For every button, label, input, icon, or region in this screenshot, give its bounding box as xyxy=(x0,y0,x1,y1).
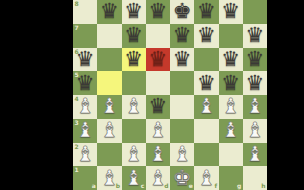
black-queen[interactable]: ♛ xyxy=(148,48,167,69)
square-e2[interactable]: ♝ xyxy=(170,143,194,167)
square-h1[interactable]: h xyxy=(243,166,267,190)
white-bishop[interactable]: ♝ xyxy=(148,143,167,164)
square-d5[interactable] xyxy=(146,71,170,95)
white-bishop[interactable]: ♝ xyxy=(76,143,95,164)
square-g7[interactable] xyxy=(219,24,243,48)
square-b5[interactable] xyxy=(97,71,121,95)
white-bishop[interactable]: ♝ xyxy=(197,167,216,188)
white-bishop[interactable]: ♝ xyxy=(197,96,216,117)
white-bishop[interactable]: ♝ xyxy=(245,96,264,117)
white-bishop[interactable]: ♝ xyxy=(100,167,119,188)
square-b6[interactable] xyxy=(97,48,121,72)
square-b7[interactable] xyxy=(97,24,121,48)
white-bishop[interactable]: ♝ xyxy=(221,96,240,117)
white-bishop[interactable]: ♝ xyxy=(148,167,167,188)
white-king[interactable]: ♚ xyxy=(173,167,192,188)
white-bishop[interactable]: ♝ xyxy=(245,120,264,141)
white-bishop[interactable]: ♝ xyxy=(124,143,143,164)
square-c4[interactable]: ♝ xyxy=(122,95,146,119)
square-f5[interactable]: ♛ xyxy=(194,71,218,95)
square-a6[interactable]: 6♛ xyxy=(73,48,97,72)
square-a7[interactable]: 7 xyxy=(73,24,97,48)
rank-label-1: 1 xyxy=(75,167,79,173)
white-bishop[interactable]: ♝ xyxy=(245,143,264,164)
square-b3[interactable]: ♝ xyxy=(97,119,121,143)
white-bishop[interactable]: ♝ xyxy=(76,96,95,117)
square-c8[interactable]: ♛ xyxy=(122,0,146,24)
square-a3[interactable]: 3♝ xyxy=(73,119,97,143)
square-e8[interactable]: ♚ xyxy=(170,0,194,24)
black-queen[interactable]: ♛ xyxy=(76,72,95,93)
square-c3[interactable] xyxy=(122,119,146,143)
square-d8[interactable]: ♛ xyxy=(146,0,170,24)
square-g2[interactable] xyxy=(219,143,243,167)
square-b2[interactable] xyxy=(97,143,121,167)
square-f1[interactable]: f♝ xyxy=(194,166,218,190)
square-g4[interactable]: ♝ xyxy=(219,95,243,119)
white-bishop[interactable]: ♝ xyxy=(173,143,192,164)
white-bishop[interactable]: ♝ xyxy=(100,96,119,117)
square-f2[interactable] xyxy=(194,143,218,167)
square-h3[interactable]: ♝ xyxy=(243,119,267,143)
square-h6[interactable]: ♛ xyxy=(243,48,267,72)
black-queen[interactable]: ♛ xyxy=(221,72,240,93)
black-king[interactable]: ♚ xyxy=(173,1,192,22)
square-g5[interactable]: ♛ xyxy=(219,71,243,95)
black-queen[interactable]: ♛ xyxy=(221,1,240,22)
square-f8[interactable]: ♛ xyxy=(194,0,218,24)
black-queen[interactable]: ♛ xyxy=(221,48,240,69)
square-e3[interactable] xyxy=(170,119,194,143)
white-bishop[interactable]: ♝ xyxy=(76,120,95,141)
rank-label-8: 8 xyxy=(75,1,79,7)
square-f6[interactable] xyxy=(194,48,218,72)
square-a8[interactable]: 8 xyxy=(73,0,97,24)
square-a2[interactable]: 2♝ xyxy=(73,143,97,167)
square-g6[interactable]: ♛ xyxy=(219,48,243,72)
square-g1[interactable]: g xyxy=(219,166,243,190)
square-h8[interactable] xyxy=(243,0,267,24)
square-f4[interactable]: ♝ xyxy=(194,95,218,119)
square-a5[interactable]: 5♛ xyxy=(73,71,97,95)
white-bishop[interactable]: ♝ xyxy=(124,167,143,188)
black-queen[interactable]: ♛ xyxy=(148,1,167,22)
square-d1[interactable]: d♝ xyxy=(146,166,170,190)
black-queen[interactable]: ♛ xyxy=(76,48,95,69)
file-label-a: a xyxy=(92,183,96,189)
black-queen[interactable]: ♛ xyxy=(173,25,192,46)
black-queen[interactable]: ♛ xyxy=(245,72,264,93)
square-d4[interactable]: ♛ xyxy=(146,95,170,119)
black-queen[interactable]: ♛ xyxy=(173,48,192,69)
file-label-g: g xyxy=(237,183,241,189)
square-c5[interactable] xyxy=(122,71,146,95)
black-queen[interactable]: ♛ xyxy=(245,48,264,69)
square-d3[interactable]: ♝ xyxy=(146,119,170,143)
square-h4[interactable]: ♝ xyxy=(243,95,267,119)
letterbox-background: 8♛♛♛♚♛♛7♛♛♛♛6♛♛♛♛♛♛5♛♛♛♛4♝♝♝♛♝♝♝3♝♝♝♝♝2♝… xyxy=(0,0,304,190)
square-f7[interactable]: ♛ xyxy=(194,24,218,48)
rank-label-7: 7 xyxy=(75,25,79,31)
square-g3[interactable]: ♝ xyxy=(219,119,243,143)
black-queen[interactable]: ♛ xyxy=(124,48,143,69)
black-queen[interactable]: ♛ xyxy=(245,25,264,46)
square-e6[interactable]: ♛ xyxy=(170,48,194,72)
black-queen[interactable]: ♛ xyxy=(148,96,167,117)
chess-board[interactable]: 8♛♛♛♚♛♛7♛♛♛♛6♛♛♛♛♛♛5♛♛♛♛4♝♝♝♛♝♝♝3♝♝♝♝♝2♝… xyxy=(73,0,267,190)
file-label-h: h xyxy=(261,183,265,189)
square-f3[interactable] xyxy=(194,119,218,143)
square-d6[interactable]: ♛ xyxy=(146,48,170,72)
black-queen[interactable]: ♛ xyxy=(124,25,143,46)
square-c6[interactable]: ♛ xyxy=(122,48,146,72)
square-e7[interactable]: ♛ xyxy=(170,24,194,48)
square-d7[interactable] xyxy=(146,24,170,48)
square-b8[interactable]: ♛ xyxy=(97,0,121,24)
square-c7[interactable]: ♛ xyxy=(122,24,146,48)
square-b4[interactable]: ♝ xyxy=(97,95,121,119)
square-h5[interactable]: ♛ xyxy=(243,71,267,95)
black-queen[interactable]: ♛ xyxy=(197,25,216,46)
white-bishop[interactable]: ♝ xyxy=(148,120,167,141)
black-queen[interactable]: ♛ xyxy=(124,1,143,22)
white-bishop[interactable]: ♝ xyxy=(221,120,240,141)
square-h7[interactable]: ♛ xyxy=(243,24,267,48)
white-bishop[interactable]: ♝ xyxy=(100,120,119,141)
square-e4[interactable] xyxy=(170,95,194,119)
black-queen[interactable]: ♛ xyxy=(197,1,216,22)
square-d2[interactable]: ♝ xyxy=(146,143,170,167)
black-queen[interactable]: ♛ xyxy=(100,1,119,22)
square-h2[interactable]: ♝ xyxy=(243,143,267,167)
black-queen[interactable]: ♛ xyxy=(197,72,216,93)
square-a4[interactable]: 4♝ xyxy=(73,95,97,119)
square-a1[interactable]: 1a xyxy=(73,166,97,190)
square-c1[interactable]: c♝ xyxy=(122,166,146,190)
square-b1[interactable]: b♝ xyxy=(97,166,121,190)
square-c2[interactable]: ♝ xyxy=(122,143,146,167)
square-g8[interactable]: ♛ xyxy=(219,0,243,24)
white-bishop[interactable]: ♝ xyxy=(124,96,143,117)
square-e5[interactable] xyxy=(170,71,194,95)
square-e1[interactable]: e♚ xyxy=(170,166,194,190)
